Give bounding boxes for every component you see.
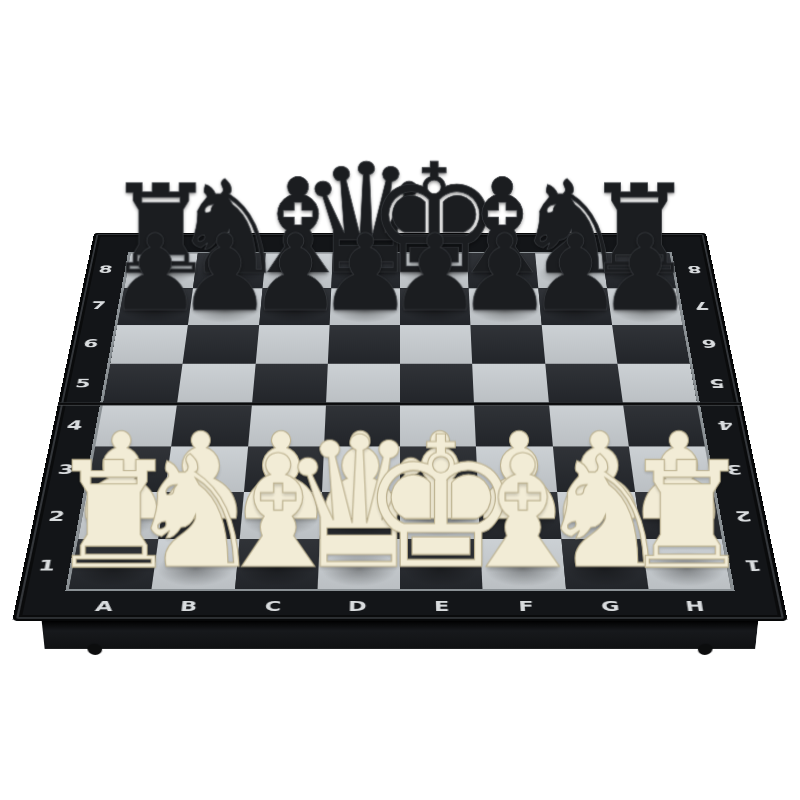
square-h7[interactable]: ♟ xyxy=(607,288,683,325)
file-label-h: H xyxy=(651,591,740,621)
file-label-c: C xyxy=(230,591,316,621)
file-label-e: E xyxy=(400,591,485,621)
rank-label-5: 5 xyxy=(692,363,742,404)
chess-board: 87654321 87654321 ABCDEFGH ♜♞♝♛♚♝♞♜♟♟♟♟♟… xyxy=(12,233,788,621)
board-foot-right xyxy=(697,644,713,655)
square-b6[interactable] xyxy=(183,325,259,364)
square-h1[interactable]: ♜ xyxy=(641,539,731,589)
board-base xyxy=(42,621,759,649)
square-a6[interactable] xyxy=(110,325,188,364)
square-b5[interactable] xyxy=(177,364,255,404)
product-photo-scene: 87654321 87654321 ABCDEFGH ♜♞♝♛♚♝♞♜♟♟♟♟♟… xyxy=(0,0,800,800)
file-label-b: B xyxy=(145,591,233,621)
board-squares: ♜♞♝♛♚♝♞♜♟♟♟♟♟♟♟♟♟♟♟♟♟♟♟♟♜♞♝♛♚♝♞♜ xyxy=(65,252,734,591)
square-f6[interactable] xyxy=(471,325,545,364)
square-a5[interactable] xyxy=(103,364,183,404)
file-label-a: A xyxy=(60,591,149,621)
board-foot-left xyxy=(87,644,103,655)
file-labels: ABCDEFGH xyxy=(60,591,740,621)
rank-label-8: 8 xyxy=(672,252,718,287)
rank-label-6: 6 xyxy=(685,324,733,363)
square-h5[interactable] xyxy=(617,364,697,404)
file-label-f: F xyxy=(484,591,570,621)
piece-white-rook[interactable]: ♜ xyxy=(579,442,793,590)
square-e6[interactable] xyxy=(400,325,472,364)
square-c6[interactable] xyxy=(255,325,329,364)
file-label-d: D xyxy=(315,591,400,621)
square-d6[interactable] xyxy=(328,325,400,364)
square-g5[interactable] xyxy=(545,364,623,404)
file-label-g: G xyxy=(567,591,655,621)
square-g6[interactable] xyxy=(541,325,617,364)
rank-label-7: 7 xyxy=(678,287,725,324)
square-h6[interactable] xyxy=(612,325,690,364)
